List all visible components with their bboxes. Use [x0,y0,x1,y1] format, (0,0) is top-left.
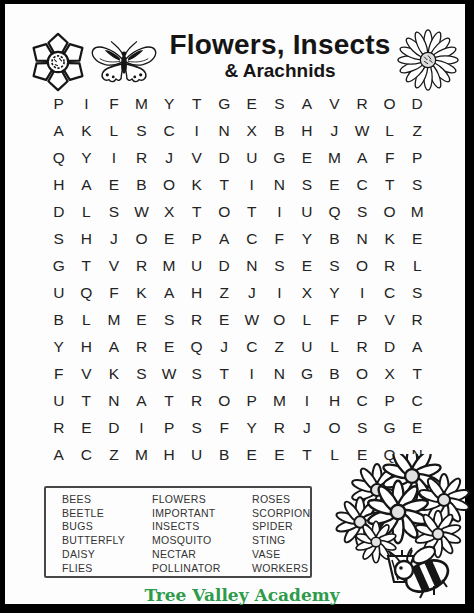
grid-cell[interactable]: K [128,279,156,306]
grid-cell[interactable]: I [128,414,156,441]
grid-cell[interactable]: Y [293,225,321,252]
grid-cell[interactable]: R [376,252,404,279]
grid-cell[interactable]: M [321,144,349,171]
grid-cell[interactable]: B [321,360,349,387]
grid-cell[interactable]: I [266,198,294,225]
grid-cell[interactable]: R [403,306,431,333]
word-list-column: ROSESSCORPIONSPIDERSTINGVASEWORKERS [252,493,330,576]
grid-cell[interactable]: S [128,117,156,144]
grid-cell[interactable]: N [348,225,376,252]
grid-cell[interactable]: H [73,225,101,252]
grid-cell[interactable]: R [45,414,73,441]
grid-cell[interactable]: E [128,306,156,333]
grid-cell[interactable]: T [183,198,211,225]
grid-cell[interactable]: T [210,360,238,387]
grid-cell[interactable]: B [45,306,73,333]
grid-cell[interactable]: T [376,171,404,198]
word-list-item: WORKERS [252,562,330,576]
grid-cell[interactable]: P [376,387,404,414]
grid-cell[interactable]: S [348,198,376,225]
grid-cell[interactable]: S [183,414,211,441]
grid-cell[interactable]: R [183,387,211,414]
grid-cell[interactable]: J [321,117,349,144]
grid-cell[interactable]: L [321,333,349,360]
grid-cell[interactable]: G [376,414,404,441]
word-list-item: SCORPION [252,507,330,521]
word-list-columns: BEESBEETLEBUGSBUTTERFLYDAISYFLIESFLOWERS… [62,493,330,576]
grid-cell[interactable]: C [376,279,404,306]
word-list-item: BUGS [62,520,152,534]
grid-cell[interactable]: L [73,306,101,333]
grid-cell[interactable]: Q [73,279,101,306]
grid-cell[interactable]: K [73,117,101,144]
grid-cell[interactable]: O [348,360,376,387]
grid-cell[interactable]: E [210,306,238,333]
grid-cell[interactable]: F [45,360,73,387]
grid-cell[interactable]: N [100,387,128,414]
grid-cell[interactable]: E [266,441,294,468]
grid-cell[interactable]: L [376,117,404,144]
grid-cell[interactable]: Y [321,279,349,306]
grid-cell[interactable]: B [210,441,238,468]
grid-cell[interactable]: R [348,333,376,360]
word-list-item: SPIDER [252,520,330,534]
grid-cell[interactable]: T [238,198,266,225]
grid-cell[interactable]: R [183,306,211,333]
grid-cell[interactable]: L [73,198,101,225]
word-list-item: VASE [252,548,330,562]
grid-cell[interactable]: S [321,252,349,279]
grid-cell[interactable]: C [403,387,431,414]
grid-cell[interactable]: C [348,171,376,198]
word-list-item: ROSES [252,493,330,507]
grid-cell[interactable]: E [238,90,266,117]
worksheet-page: Flowers, Insects & Arachnids PIFMYTGESAV… [5,4,465,604]
grid-cell[interactable]: Q [321,198,349,225]
grid-cell[interactable]: Y [45,333,73,360]
grid-cell[interactable]: H [183,279,211,306]
grid-cell[interactable]: A [403,333,431,360]
grid-cell[interactable]: N [238,252,266,279]
grid-cell[interactable]: O [210,198,238,225]
title-line1: Flowers, Insects [155,30,405,60]
grid-cell[interactable]: U [293,333,321,360]
grid-cell[interactable]: H [73,333,101,360]
grid-cell[interactable]: Y [155,90,183,117]
word-list-item: BEES [62,493,152,507]
grid-cell[interactable]: S [348,414,376,441]
grid-cell[interactable]: E [73,414,101,441]
word-list-item: IMPORTANT [152,507,252,521]
grid-cell[interactable]: I [183,117,211,144]
grid-cell[interactable]: C [73,441,101,468]
grid-cell[interactable]: T [155,387,183,414]
grid-cell[interactable]: W [155,360,183,387]
grid-cell[interactable]: V [321,90,349,117]
grid-cell[interactable]: I [348,279,376,306]
grid-cell[interactable]: H [45,171,73,198]
grid-cell[interactable]: T [210,171,238,198]
grid-cell[interactable]: F [321,306,349,333]
grid-cell[interactable]: U [45,387,73,414]
grid-cell[interactable]: I [293,387,321,414]
grid-cell[interactable]: E [155,333,183,360]
grid-cell[interactable]: G [210,90,238,117]
grid-cell[interactable]: U [183,441,211,468]
grid-cell[interactable]: X [238,117,266,144]
word-list-item: BUTTERFLY [62,534,152,548]
grid-cell[interactable]: Z [210,279,238,306]
grid-cell[interactable]: E [321,171,349,198]
grid-cell[interactable]: O [155,171,183,198]
grid-cell[interactable]: T [403,360,431,387]
grid-cell[interactable]: J [238,279,266,306]
grid-cell[interactable]: V [100,252,128,279]
grid-cell[interactable]: F [210,414,238,441]
grid-cell[interactable]: B [128,171,156,198]
grid-cell[interactable]: R [348,90,376,117]
grid-cell[interactable]: E [155,225,183,252]
grid-cell[interactable]: T [73,252,101,279]
grid-cell[interactable]: P [183,225,211,252]
grid-cell[interactable]: J [100,225,128,252]
word-search-grid: PIFMYTGESAVRODAKLSCINXBHJWLZQYIRJVDUGEMA… [45,90,431,468]
grid-cell[interactable]: Q [45,144,73,171]
grid-cell[interactable]: X [376,360,404,387]
grid-cell[interactable]: S [403,279,431,306]
word-list-box: BEESBEETLEBUGSBUTTERFLYDAISYFLIESFLOWERS… [44,486,312,578]
grid-cell[interactable]: H [293,117,321,144]
grid-cell[interactable]: Z [100,441,128,468]
grid-cell[interactable]: J [210,333,238,360]
grid-cell[interactable]: F [266,225,294,252]
grid-cell[interactable]: R [128,333,156,360]
grid-cell[interactable]: B [321,225,349,252]
word-list-column: FLOWERSIMPORTANTINSECTSMOSQUITONECTARPOL… [152,493,252,576]
grid-cell[interactable]: E [100,171,128,198]
grid-cell[interactable]: O [321,414,349,441]
grid-cell[interactable]: S [293,171,321,198]
grid-cell[interactable]: H [321,387,349,414]
word-list-item: STING [252,534,330,548]
grid-cell[interactable]: D [376,333,404,360]
grid-cell[interactable]: B [266,117,294,144]
grid-cell[interactable]: J [293,414,321,441]
grid-cell[interactable]: D [403,90,431,117]
grid-cell[interactable]: D [45,198,73,225]
word-list-item: MOSQUITO [152,534,252,548]
grid-cell[interactable]: H [155,441,183,468]
grid-cell[interactable]: D [100,414,128,441]
grid-cell[interactable]: M [403,198,431,225]
grid-cell[interactable]: G [293,360,321,387]
grid-cell[interactable]: O [210,387,238,414]
grid-cell[interactable]: P [45,90,73,117]
grid-cell[interactable]: S [45,225,73,252]
grid-cell[interactable]: X [293,279,321,306]
grid-cell[interactable]: S [403,171,431,198]
grid-cell[interactable]: E [403,414,431,441]
grid-cell[interactable]: S [266,90,294,117]
grid-cell[interactable]: A [155,279,183,306]
grid-cell[interactable]: E [403,225,431,252]
grid-cell[interactable]: C [238,225,266,252]
grid-cell[interactable]: U [45,279,73,306]
grid-cell[interactable]: K [183,171,211,198]
grid-cell[interactable]: U [183,252,211,279]
grid-cell[interactable]: F [100,279,128,306]
grid-cell[interactable]: W [128,198,156,225]
grid-cell[interactable]: U [293,198,321,225]
grid-cell[interactable]: A [348,144,376,171]
word-list-item: FLOWERS [152,493,252,507]
grid-cell[interactable]: A [210,225,238,252]
grid-cell[interactable]: N [266,171,294,198]
grid-cell[interactable]: L [293,306,321,333]
title-line2: & Arachnids [155,60,405,81]
grid-cell[interactable]: X [155,198,183,225]
daffodil-icon [25,30,91,94]
grid-cell[interactable]: M [266,387,294,414]
grid-cell[interactable]: O [376,90,404,117]
grid-cell[interactable]: E [238,441,266,468]
grid-cell[interactable]: L [403,252,431,279]
grid-cell[interactable]: P [155,414,183,441]
grid-cell[interactable]: O [348,252,376,279]
grid-cell[interactable]: S [183,360,211,387]
grid-cell[interactable]: D [210,252,238,279]
footer-credit: Tree Valley Academy [5,585,474,605]
grid-cell[interactable]: N [210,117,238,144]
grid-cell[interactable]: C [348,387,376,414]
grid-cell[interactable]: P [238,387,266,414]
grid-cell[interactable]: O [266,306,294,333]
grid-cell[interactable]: R [266,414,294,441]
grid-cell[interactable]: C [238,333,266,360]
grid-cell[interactable]: I [266,279,294,306]
grid-cell[interactable]: V [183,144,211,171]
grid-cell[interactable]: M [128,90,156,117]
grid-cell[interactable]: I [238,171,266,198]
grid-cell[interactable]: K [100,360,128,387]
grid-cell[interactable]: Z [266,333,294,360]
word-list-item: POLLINATOR [152,562,252,576]
grid-cell[interactable]: K [376,225,404,252]
grid-cell[interactable]: O [376,198,404,225]
grid-cell[interactable]: M [100,306,128,333]
grid-cell[interactable]: A [73,171,101,198]
grid-cell[interactable]: C [155,117,183,144]
grid-cell[interactable]: F [376,144,404,171]
grid-cell[interactable]: I [73,90,101,117]
grid-cell[interactable]: V [376,306,404,333]
grid-cell[interactable]: W [238,306,266,333]
grid-cell[interactable]: F [100,90,128,117]
grid-cell[interactable]: E [293,144,321,171]
grid-cell[interactable]: P [403,144,431,171]
grid-cell[interactable]: G [45,252,73,279]
grid-cell[interactable]: Y [238,414,266,441]
word-list-item: INSECTS [152,520,252,534]
grid-cell[interactable]: T [73,387,101,414]
grid-cell[interactable]: T [293,441,321,468]
grid-cell[interactable]: U [238,144,266,171]
grid-cell[interactable]: A [293,90,321,117]
grid-cell[interactable]: M [128,441,156,468]
butterfly-icon [89,32,159,88]
grid-cell[interactable]: L [100,117,128,144]
grid-cell[interactable]: A [100,333,128,360]
grid-cell[interactable]: Q [183,333,211,360]
grid-cell[interactable]: W [348,117,376,144]
grid-cell[interactable]: E [293,252,321,279]
grid-cell[interactable]: M [155,252,183,279]
word-list-item: FLIES [62,562,152,576]
word-list-item: NECTAR [152,548,252,562]
word-list-item: BEETLE [62,507,152,521]
page-title: Flowers, Insects & Arachnids [155,30,405,81]
grid-cell[interactable]: S [266,252,294,279]
grid-cell[interactable]: S [100,198,128,225]
grid-cell[interactable]: V [73,360,101,387]
grid-cell[interactable]: I [238,360,266,387]
bee-bouquet-icon [331,454,473,604]
grid-cell[interactable]: P [348,306,376,333]
grid-cell[interactable]: A [45,441,73,468]
grid-cell[interactable]: G [266,144,294,171]
grid-cell[interactable]: D [210,144,238,171]
grid-cell[interactable]: N [266,360,294,387]
grid-cell[interactable]: T [183,90,211,117]
grid-cell[interactable]: S [128,360,156,387]
grid-cell[interactable]: A [128,387,156,414]
grid-cell[interactable]: R [128,252,156,279]
word-list-column: BEESBEETLEBUGSBUTTERFLYDAISYFLIES [62,493,152,576]
word-list-item: DAISY [62,548,152,562]
grid-cell[interactable]: J [155,144,183,171]
grid-cell[interactable]: Z [403,117,431,144]
grid-cell[interactable]: I [100,144,128,171]
grid-cell[interactable]: S [155,306,183,333]
grid-cell[interactable]: Y [73,144,101,171]
grid-cell[interactable]: A [45,117,73,144]
grid-cell[interactable]: O [128,225,156,252]
grid-cell[interactable]: R [128,144,156,171]
